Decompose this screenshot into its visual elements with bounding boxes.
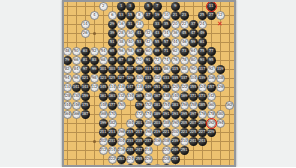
board-intersection[interactable]: 77	[207, 47, 216, 56]
board-intersection[interactable]	[90, 146, 99, 155]
board-intersection[interactable]: 149	[144, 83, 153, 92]
board-intersection[interactable]: 114	[108, 83, 117, 92]
board-intersection[interactable]: 107	[126, 65, 135, 74]
board-intersection[interactable]: 95	[207, 56, 216, 65]
board-intersection[interactable]: 255	[135, 155, 144, 164]
board-intersection[interactable]: 44	[171, 38, 180, 47]
board-intersection[interactable]	[99, 20, 108, 29]
board-intersection[interactable]: 13	[117, 11, 126, 20]
board-intersection[interactable]: 7	[153, 2, 162, 11]
board-intersection[interactable]	[216, 47, 225, 56]
board-intersection[interactable]: 144	[63, 101, 72, 110]
board-intersection[interactable]: 42	[144, 38, 153, 47]
board-intersection[interactable]: 190	[171, 119, 180, 128]
board-intersection[interactable]	[198, 164, 207, 168]
board-intersection[interactable]: 58	[126, 47, 135, 56]
board-intersection[interactable]	[216, 2, 225, 11]
board-intersection[interactable]: 12	[216, 11, 225, 20]
board-intersection[interactable]: 189	[153, 110, 162, 119]
board-intersection[interactable]: 192	[207, 119, 216, 128]
board-intersection[interactable]: 164	[63, 110, 72, 119]
board-intersection[interactable]: 108	[216, 74, 225, 83]
board-intersection[interactable]: 247	[135, 146, 144, 155]
board-intersection[interactable]	[198, 155, 207, 164]
board-intersection[interactable]: 125	[108, 74, 117, 83]
board-intersection[interactable]: 223	[180, 128, 189, 137]
board-intersection[interactable]: 70	[135, 56, 144, 65]
board-intersection[interactable]: 2	[99, 2, 108, 11]
board-intersection[interactable]	[162, 2, 171, 11]
board-intersection[interactable]	[144, 20, 153, 29]
board-intersection[interactable]: 183	[171, 101, 180, 110]
board-intersection[interactable]	[108, 164, 117, 168]
board-intersection[interactable]: 94	[63, 74, 72, 83]
board-intersection[interactable]: 47	[189, 29, 198, 38]
board-intersection[interactable]: 4	[90, 11, 99, 20]
board-intersection[interactable]: 243	[198, 137, 207, 146]
board-intersection[interactable]: 219	[153, 128, 162, 137]
board-intersection[interactable]: 72	[153, 56, 162, 65]
board-intersection[interactable]: 176	[198, 110, 207, 119]
board-intersection[interactable]	[117, 119, 126, 128]
board-intersection[interactable]: 19	[153, 11, 162, 20]
board-intersection[interactable]: 43	[153, 29, 162, 38]
board-intersection[interactable]: 132	[117, 92, 126, 101]
board-intersection[interactable]	[180, 155, 189, 164]
board-intersection[interactable]: 162	[225, 101, 234, 110]
board-intersection[interactable]: 227	[198, 128, 207, 137]
board-intersection[interactable]: 90	[189, 65, 198, 74]
board-intersection[interactable]	[72, 128, 81, 137]
board-intersection[interactable]	[126, 110, 135, 119]
board-intersection[interactable]: 63	[81, 47, 90, 56]
board-intersection[interactable]	[72, 38, 81, 47]
board-intersection[interactable]: 204	[117, 137, 126, 146]
board-intersection[interactable]: 55	[153, 38, 162, 47]
board-intersection[interactable]: 175	[81, 101, 90, 110]
board-intersection[interactable]	[72, 146, 81, 155]
board-intersection[interactable]: 11	[207, 2, 216, 11]
board-intersection[interactable]: 48	[63, 47, 72, 56]
board-intersection[interactable]: 177	[108, 101, 117, 110]
board-intersection[interactable]: 84	[72, 65, 81, 74]
board-intersection[interactable]: 81	[81, 56, 90, 65]
board-intersection[interactable]: 206	[153, 137, 162, 146]
board-intersection[interactable]: 134	[126, 92, 135, 101]
board-intersection[interactable]: 6	[108, 11, 117, 20]
board-intersection[interactable]: 186	[144, 119, 153, 128]
board-intersection[interactable]	[225, 74, 234, 83]
board-intersection[interactable]: 172	[135, 110, 144, 119]
board-intersection[interactable]: 109	[135, 65, 144, 74]
board-intersection[interactable]: 228	[162, 155, 171, 164]
board-intersection[interactable]: 23	[180, 11, 189, 20]
board-intersection[interactable]: 104	[189, 74, 198, 83]
board-intersection[interactable]: 124	[198, 83, 207, 92]
board-intersection[interactable]: 21	[171, 11, 180, 20]
board-intersection[interactable]: 155	[189, 83, 198, 92]
board-intersection[interactable]	[153, 155, 162, 164]
board-intersection[interactable]: 259	[126, 164, 135, 168]
board-intersection[interactable]	[207, 155, 216, 164]
board-intersection[interactable]	[207, 137, 216, 146]
board-intersection[interactable]	[207, 164, 216, 168]
board-intersection[interactable]	[225, 65, 234, 74]
board-intersection[interactable]: 196	[117, 128, 126, 137]
board-intersection[interactable]	[225, 20, 234, 29]
board-intersection[interactable]: 184	[126, 119, 135, 128]
board-intersection[interactable]	[207, 20, 216, 29]
board-intersection[interactable]	[225, 137, 234, 146]
board-intersection[interactable]	[225, 92, 234, 101]
board-intersection[interactable]: 159	[81, 92, 90, 101]
board-intersection[interactable]	[81, 146, 90, 155]
board-intersection[interactable]: 151	[153, 83, 162, 92]
board-intersection[interactable]	[63, 164, 72, 168]
board-intersection[interactable]: 101	[99, 65, 108, 74]
board-intersection[interactable]	[225, 155, 234, 164]
board-intersection[interactable]	[225, 119, 234, 128]
board-intersection[interactable]: 24	[198, 20, 207, 29]
board-intersection[interactable]: 112	[90, 83, 99, 92]
board-intersection[interactable]	[180, 164, 189, 168]
board-intersection[interactable]: 235	[135, 137, 144, 146]
board-intersection[interactable]: 237	[144, 137, 153, 146]
board-intersection[interactable]	[72, 2, 81, 11]
board-intersection[interactable]: 234	[153, 164, 162, 168]
board-intersection[interactable]	[90, 101, 99, 110]
board-intersection[interactable]: 215	[126, 128, 135, 137]
board-intersection[interactable]: 27	[207, 11, 216, 20]
board-intersection[interactable]: 28	[117, 29, 126, 38]
board-intersection[interactable]: 232	[135, 164, 144, 168]
board-intersection[interactable]: 225	[189, 128, 198, 137]
board-intersection[interactable]: 210	[180, 137, 189, 146]
board-intersection[interactable]: 122	[180, 83, 189, 92]
board-intersection[interactable]	[207, 38, 216, 47]
board-intersection[interactable]: 73	[180, 47, 189, 56]
board-intersection[interactable]: 15	[126, 11, 135, 20]
board-intersection[interactable]: 110	[63, 83, 72, 92]
board-intersection[interactable]	[90, 92, 99, 101]
board-intersection[interactable]: 224	[126, 155, 135, 164]
board-intersection[interactable]: 217	[135, 128, 144, 137]
board-intersection[interactable]	[225, 56, 234, 65]
board-intersection[interactable]: 5	[144, 2, 153, 11]
board-intersection[interactable]: 194	[216, 119, 225, 128]
board-intersection[interactable]: 222	[108, 155, 117, 164]
board-intersection[interactable]: 220	[162, 146, 171, 155]
board-intersection[interactable]	[72, 29, 81, 38]
board-intersection[interactable]: 128	[63, 92, 72, 101]
board-intersection[interactable]	[216, 56, 225, 65]
board-intersection[interactable]: 50	[72, 47, 81, 56]
board-intersection[interactable]	[108, 2, 117, 11]
board-intersection[interactable]	[81, 164, 90, 168]
board-intersection[interactable]: 229	[207, 128, 216, 137]
board-intersection[interactable]: 37	[189, 20, 198, 29]
board-intersection[interactable]: 62	[171, 47, 180, 56]
board-intersection[interactable]: 30	[126, 29, 135, 38]
board-intersection[interactable]: 82	[63, 65, 72, 74]
board-intersection[interactable]: 120	[171, 83, 180, 92]
board-intersection[interactable]	[216, 128, 225, 137]
board-intersection[interactable]: 205	[180, 119, 189, 128]
board-intersection[interactable]: 216	[117, 146, 126, 155]
board-intersection[interactable]	[216, 101, 225, 110]
board-intersection[interactable]: 106	[207, 74, 216, 83]
board-intersection[interactable]: 214	[108, 146, 117, 155]
board-intersection[interactable]: 156	[180, 101, 189, 110]
board-intersection[interactable]: 160	[207, 101, 216, 110]
board-intersection[interactable]: 53	[135, 38, 144, 47]
board-intersection[interactable]: 14	[81, 20, 90, 29]
board-intersection[interactable]: ✕	[216, 20, 225, 29]
board-intersection[interactable]: 87	[117, 56, 126, 65]
board-intersection[interactable]: 65	[108, 47, 117, 56]
board-intersection[interactable]: 174	[144, 110, 153, 119]
board-intersection[interactable]: 45	[180, 29, 189, 38]
board-intersection[interactable]	[99, 155, 108, 164]
board-intersection[interactable]	[99, 164, 108, 168]
board-intersection[interactable]	[189, 2, 198, 11]
board-intersection[interactable]: 233	[126, 137, 135, 146]
board-intersection[interactable]: 145	[99, 83, 108, 92]
board-intersection[interactable]: 31	[126, 20, 135, 29]
board-intersection[interactable]: 41	[135, 29, 144, 38]
board-intersection[interactable]: 179	[135, 101, 144, 110]
board-intersection[interactable]	[90, 164, 99, 168]
board-intersection[interactable]: 29	[108, 20, 117, 29]
board-intersection[interactable]: 86	[162, 65, 171, 74]
board-intersection[interactable]: 88	[180, 65, 189, 74]
board-intersection[interactable]	[216, 164, 225, 168]
board-intersection[interactable]: 3	[126, 2, 135, 11]
board-intersection[interactable]: 54	[99, 47, 108, 56]
board-intersection[interactable]: 103	[108, 65, 117, 74]
board-intersection[interactable]: 33	[153, 20, 162, 29]
board-intersection[interactable]	[126, 101, 135, 110]
board-intersection[interactable]: 115	[171, 65, 180, 74]
board-intersection[interactable]: 126	[216, 83, 225, 92]
board-intersection[interactable]	[99, 29, 108, 38]
board-intersection[interactable]: 69	[153, 47, 162, 56]
board-intersection[interactable]: 97	[81, 65, 90, 74]
board-intersection[interactable]: 16	[117, 20, 126, 29]
board-intersection[interactable]: 49	[198, 29, 207, 38]
board-intersection[interactable]: 26	[81, 29, 90, 38]
board-intersection[interactable]: 91	[144, 56, 153, 65]
board-intersection[interactable]	[90, 110, 99, 119]
board-intersection[interactable]: 40	[126, 38, 135, 47]
board-intersection[interactable]: 148	[99, 101, 108, 110]
board-intersection[interactable]: 79	[63, 56, 72, 65]
board-intersection[interactable]	[63, 2, 72, 11]
board-intersection[interactable]: 142	[207, 92, 216, 101]
board-intersection[interactable]	[99, 38, 108, 47]
board-intersection[interactable]: 245	[126, 146, 135, 155]
board-intersection[interactable]	[90, 2, 99, 11]
board-intersection[interactable]: 171	[189, 92, 198, 101]
board-intersection[interactable]: 198	[144, 128, 153, 137]
board-intersection[interactable]: 199	[99, 119, 108, 128]
board-intersection[interactable]	[72, 20, 81, 29]
board-intersection[interactable]: 203	[153, 119, 162, 128]
board-intersection[interactable]	[63, 119, 72, 128]
board-intersection[interactable]: 168	[99, 110, 108, 119]
board-intersection[interactable]	[189, 11, 198, 20]
board-intersection[interactable]: 163	[108, 92, 117, 101]
board-intersection[interactable]: 249	[171, 146, 180, 155]
board-intersection[interactable]: 121	[81, 74, 90, 83]
board-intersection[interactable]: 207	[189, 119, 198, 128]
board-intersection[interactable]	[216, 92, 225, 101]
board-intersection[interactable]: 92	[207, 65, 216, 74]
board-intersection[interactable]: 89	[126, 56, 135, 65]
board-intersection[interactable]: 251	[180, 146, 189, 155]
board-intersection[interactable]	[90, 119, 99, 128]
board-intersection[interactable]: 218	[144, 146, 153, 155]
board-intersection[interactable]	[198, 146, 207, 155]
board-intersection[interactable]: 135	[171, 74, 180, 83]
board-intersection[interactable]: 169	[180, 92, 189, 101]
board-intersection[interactable]: 25	[198, 11, 207, 20]
board-intersection[interactable]: 66	[72, 56, 81, 65]
board-intersection[interactable]: 143	[81, 83, 90, 92]
board-intersection[interactable]	[216, 38, 225, 47]
board-intersection[interactable]	[225, 47, 234, 56]
board-intersection[interactable]: 74	[162, 56, 171, 65]
board-intersection[interactable]	[216, 29, 225, 38]
board-intersection[interactable]: 241	[189, 137, 198, 146]
board-intersection[interactable]: 123	[99, 74, 108, 83]
board-intersection[interactable]: 60	[144, 47, 153, 56]
board-intersection[interactable]	[90, 20, 99, 29]
board-intersection[interactable]: 202	[99, 137, 108, 146]
board-intersection[interactable]: 96	[72, 74, 81, 83]
board-intersection[interactable]	[63, 128, 72, 137]
board-intersection[interactable]: 61	[198, 38, 207, 47]
board-intersection[interactable]	[225, 128, 234, 137]
board-intersection[interactable]: 133	[162, 74, 171, 83]
board-intersection[interactable]: 146	[72, 101, 81, 110]
board-intersection[interactable]: 166	[72, 110, 81, 119]
board-intersection[interactable]: 158	[189, 101, 198, 110]
board-intersection[interactable]	[63, 29, 72, 38]
board-intersection[interactable]: 52	[90, 47, 99, 56]
board-intersection[interactable]: 191	[162, 110, 171, 119]
board-intersection[interactable]: 76	[171, 56, 180, 65]
board-intersection[interactable]: 51	[108, 38, 117, 47]
board-intersection[interactable]: 136	[144, 92, 153, 101]
board-intersection[interactable]: 116	[117, 83, 126, 92]
board-intersection[interactable]: 105	[117, 65, 126, 74]
board-intersection[interactable]: 211	[99, 128, 108, 137]
board-intersection[interactable]: 9	[171, 2, 180, 11]
board-intersection[interactable]	[72, 11, 81, 20]
board-intersection[interactable]: 111	[144, 65, 153, 74]
board-intersection[interactable]: 161	[99, 92, 108, 101]
board-intersection[interactable]: 68	[99, 56, 108, 65]
board-intersection[interactable]: 130	[72, 92, 81, 101]
board-intersection[interactable]	[207, 29, 216, 38]
board-intersection[interactable]	[81, 128, 90, 137]
board-intersection[interactable]	[63, 11, 72, 20]
board-intersection[interactable]: 239	[171, 137, 180, 146]
board-intersection[interactable]: 36	[171, 29, 180, 38]
board-intersection[interactable]: 139	[198, 74, 207, 83]
board-intersection[interactable]	[72, 137, 81, 146]
board-intersection[interactable]: 137	[180, 74, 189, 83]
board-intersection[interactable]: 99	[90, 65, 99, 74]
board-intersection[interactable]: 180	[216, 110, 225, 119]
board-intersection[interactable]	[90, 38, 99, 47]
board-intersection[interactable]	[63, 155, 72, 164]
board-intersection[interactable]	[189, 155, 198, 164]
board-intersection[interactable]: 18	[135, 20, 144, 29]
board-intersection[interactable]: 22	[180, 20, 189, 29]
board-intersection[interactable]	[225, 146, 234, 155]
board-intersection[interactable]: 78	[180, 56, 189, 65]
board-intersection[interactable]: 34	[162, 29, 171, 38]
board-intersection[interactable]: 119	[216, 65, 225, 74]
board-intersection[interactable]: 39	[108, 29, 117, 38]
board-intersection[interactable]	[225, 11, 234, 20]
board-intersection[interactable]	[90, 155, 99, 164]
board-intersection[interactable]: 208	[162, 137, 171, 146]
board-intersection[interactable]: 182	[108, 119, 117, 128]
board-intersection[interactable]: 8	[135, 11, 144, 20]
board-intersection[interactable]: 93	[198, 56, 207, 65]
board-intersection[interactable]: 157	[207, 83, 216, 92]
board-intersection[interactable]: 59	[189, 38, 198, 47]
board-intersection[interactable]: 98	[90, 74, 99, 83]
board-intersection[interactable]: 138	[162, 92, 171, 101]
board-intersection[interactable]	[81, 119, 90, 128]
board-intersection[interactable]	[135, 2, 144, 11]
board-intersection[interactable]: 71	[162, 47, 171, 56]
board-intersection[interactable]	[90, 128, 99, 137]
board-intersection[interactable]: 150	[117, 101, 126, 110]
board-intersection[interactable]: 57	[162, 38, 171, 47]
board-intersection[interactable]: 167	[153, 92, 162, 101]
board-intersection[interactable]	[81, 2, 90, 11]
board-intersection[interactable]: 102	[153, 74, 162, 83]
board-intersection[interactable]: 154	[162, 101, 171, 110]
board-intersection[interactable]: 193	[171, 110, 180, 119]
board-intersection[interactable]: 10	[162, 11, 171, 20]
board-intersection[interactable]	[225, 83, 234, 92]
board-intersection[interactable]	[153, 146, 162, 155]
board-intersection[interactable]	[81, 11, 90, 20]
board-intersection[interactable]: 127	[117, 74, 126, 83]
board-intersection[interactable]: 38	[117, 38, 126, 47]
board-intersection[interactable]	[72, 119, 81, 128]
board-intersection[interactable]: 46	[180, 38, 189, 47]
board-intersection[interactable]: 170	[108, 110, 117, 119]
board-intersection[interactable]: 67	[135, 47, 144, 56]
board-intersection[interactable]: 113	[153, 65, 162, 74]
board-intersection[interactable]: 195	[180, 110, 189, 119]
board-intersection[interactable]: 263	[162, 164, 171, 168]
board-intersection[interactable]	[189, 146, 198, 155]
board-intersection[interactable]: 147	[126, 83, 135, 92]
board-intersection[interactable]	[81, 38, 90, 47]
board-intersection[interactable]: 187	[81, 110, 90, 119]
board-intersection[interactable]: 83	[90, 56, 99, 65]
board-intersection[interactable]: 231	[108, 137, 117, 146]
board-intersection[interactable]: 100	[135, 74, 144, 83]
